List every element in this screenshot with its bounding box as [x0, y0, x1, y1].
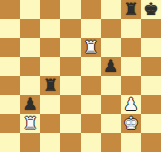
square-e2[interactable]: [81, 114, 101, 133]
square-h4[interactable]: [141, 76, 161, 95]
square-c7[interactable]: [40, 19, 60, 38]
square-b8[interactable]: [20, 0, 40, 19]
square-h2[interactable]: [141, 114, 161, 133]
square-a3[interactable]: [0, 95, 20, 114]
square-f3[interactable]: [101, 95, 121, 114]
white-king-piece[interactable]: ♚: [123, 114, 138, 133]
square-e5[interactable]: [81, 57, 101, 76]
square-b1[interactable]: [20, 133, 40, 152]
white-rook-piece[interactable]: ♜: [83, 38, 98, 57]
square-e7[interactable]: [81, 19, 101, 38]
square-f2[interactable]: [101, 114, 121, 133]
square-b7[interactable]: [20, 19, 40, 38]
square-h1[interactable]: [141, 133, 161, 152]
square-d3[interactable]: [60, 95, 80, 114]
square-e1[interactable]: [81, 133, 101, 152]
square-c8[interactable]: [40, 0, 60, 19]
square-g3[interactable]: ♟: [121, 95, 141, 114]
chess-board: ♜♚♜♟♜♟♟♜♚: [0, 0, 161, 152]
square-h3[interactable]: [141, 95, 161, 114]
square-a7[interactable]: [0, 19, 20, 38]
square-g2[interactable]: ♚: [121, 114, 141, 133]
square-f6[interactable]: [101, 38, 121, 57]
square-b5[interactable]: [20, 57, 40, 76]
square-d4[interactable]: [60, 76, 80, 95]
square-e8[interactable]: [81, 0, 101, 19]
square-a8[interactable]: [0, 0, 20, 19]
square-b4[interactable]: [20, 76, 40, 95]
square-g4[interactable]: [121, 76, 141, 95]
white-rook-piece[interactable]: ♜: [23, 114, 38, 133]
square-f1[interactable]: [101, 133, 121, 152]
square-g5[interactable]: [121, 57, 141, 76]
square-e6[interactable]: ♜: [81, 38, 101, 57]
square-e4[interactable]: [81, 76, 101, 95]
square-d5[interactable]: [60, 57, 80, 76]
square-a6[interactable]: [0, 38, 20, 57]
square-a1[interactable]: [0, 133, 20, 152]
square-d1[interactable]: [60, 133, 80, 152]
square-c6[interactable]: [40, 38, 60, 57]
square-g7[interactable]: [121, 19, 141, 38]
square-b2[interactable]: ♜: [20, 114, 40, 133]
square-f8[interactable]: [101, 0, 121, 19]
square-d6[interactable]: [60, 38, 80, 57]
black-rook-piece[interactable]: ♜: [43, 76, 58, 95]
square-c2[interactable]: [40, 114, 60, 133]
square-g8[interactable]: ♜: [121, 0, 141, 19]
square-c1[interactable]: [40, 133, 60, 152]
white-pawn-piece[interactable]: ♟: [123, 95, 138, 114]
square-c4[interactable]: ♜: [40, 76, 60, 95]
square-c3[interactable]: [40, 95, 60, 114]
square-d2[interactable]: [60, 114, 80, 133]
square-c5[interactable]: [40, 57, 60, 76]
square-h5[interactable]: [141, 57, 161, 76]
black-pawn-piece[interactable]: ♟: [103, 57, 118, 76]
square-e3[interactable]: [81, 95, 101, 114]
square-g1[interactable]: [121, 133, 141, 152]
square-a4[interactable]: [0, 76, 20, 95]
square-a2[interactable]: [0, 114, 20, 133]
square-d7[interactable]: [60, 19, 80, 38]
black-king-piece[interactable]: ♚: [143, 0, 158, 19]
square-g6[interactable]: [121, 38, 141, 57]
square-a5[interactable]: [0, 57, 20, 76]
square-b3[interactable]: ♟: [20, 95, 40, 114]
black-pawn-piece[interactable]: ♟: [23, 95, 38, 114]
square-b6[interactable]: [20, 38, 40, 57]
square-h8[interactable]: ♚: [141, 0, 161, 19]
black-rook-piece[interactable]: ♜: [123, 0, 138, 19]
square-d8[interactable]: [60, 0, 80, 19]
square-h7[interactable]: [141, 19, 161, 38]
square-f7[interactable]: [101, 19, 121, 38]
square-f5[interactable]: ♟: [101, 57, 121, 76]
square-f4[interactable]: [101, 76, 121, 95]
square-h6[interactable]: [141, 38, 161, 57]
